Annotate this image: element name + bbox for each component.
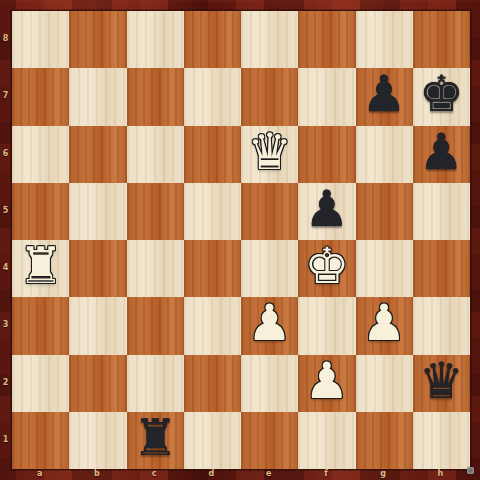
square-f1[interactable] xyxy=(298,412,355,469)
rank-labels: 87654321 xyxy=(0,10,11,468)
rank-label-3: 3 xyxy=(0,296,11,353)
file-label-a: a xyxy=(11,467,68,480)
square-g7[interactable]: ♟ xyxy=(356,68,413,125)
square-g8[interactable] xyxy=(356,11,413,68)
square-c4[interactable] xyxy=(127,240,184,297)
square-e8[interactable] xyxy=(241,11,298,68)
square-e2[interactable] xyxy=(241,355,298,412)
square-e3[interactable]: ♟ xyxy=(241,297,298,354)
square-h5[interactable] xyxy=(413,183,470,240)
file-label-g: g xyxy=(355,467,412,480)
board: ♟♚♛♟♟♜♚♟♟♟♛♜ xyxy=(11,10,471,470)
square-c7[interactable] xyxy=(127,68,184,125)
square-g5[interactable] xyxy=(356,183,413,240)
black-king[interactable]: ♚ xyxy=(419,66,464,123)
square-b4[interactable] xyxy=(69,240,126,297)
rank-label-8: 8 xyxy=(0,10,11,67)
white-queen[interactable]: ♛ xyxy=(247,124,292,181)
file-label-d: d xyxy=(183,467,240,480)
square-f3[interactable] xyxy=(298,297,355,354)
square-h1[interactable] xyxy=(413,412,470,469)
square-g1[interactable] xyxy=(356,412,413,469)
square-f8[interactable] xyxy=(298,11,355,68)
square-a6[interactable] xyxy=(12,126,69,183)
square-h2[interactable]: ♛ xyxy=(413,355,470,412)
file-label-c: c xyxy=(126,467,183,480)
square-d8[interactable] xyxy=(184,11,241,68)
square-e4[interactable] xyxy=(241,240,298,297)
rank-label-7: 7 xyxy=(0,67,11,124)
square-b7[interactable] xyxy=(69,68,126,125)
white-pawn[interactable]: ♟ xyxy=(304,353,349,410)
square-f5[interactable]: ♟ xyxy=(298,183,355,240)
square-d4[interactable] xyxy=(184,240,241,297)
square-a1[interactable] xyxy=(12,412,69,469)
black-queen[interactable]: ♛ xyxy=(419,353,464,410)
square-a8[interactable] xyxy=(12,11,69,68)
square-a2[interactable] xyxy=(12,355,69,412)
square-b3[interactable] xyxy=(69,297,126,354)
black-rook[interactable]: ♜ xyxy=(133,410,178,467)
square-a5[interactable] xyxy=(12,183,69,240)
rank-label-2: 2 xyxy=(0,354,11,411)
square-h6[interactable]: ♟ xyxy=(413,126,470,183)
square-e7[interactable] xyxy=(241,68,298,125)
corner-marker xyxy=(467,467,474,474)
square-f2[interactable]: ♟ xyxy=(298,355,355,412)
white-pawn[interactable]: ♟ xyxy=(362,295,407,352)
file-label-e: e xyxy=(240,467,297,480)
rank-label-5: 5 xyxy=(0,182,11,239)
square-b6[interactable] xyxy=(69,126,126,183)
square-d2[interactable] xyxy=(184,355,241,412)
square-a7[interactable] xyxy=(12,68,69,125)
rank-label-6: 6 xyxy=(0,125,11,182)
square-c6[interactable] xyxy=(127,126,184,183)
square-b5[interactable] xyxy=(69,183,126,240)
square-a4[interactable]: ♜ xyxy=(12,240,69,297)
square-d5[interactable] xyxy=(184,183,241,240)
square-g2[interactable] xyxy=(356,355,413,412)
square-f4[interactable]: ♚ xyxy=(298,240,355,297)
square-c1[interactable]: ♜ xyxy=(127,412,184,469)
square-c8[interactable] xyxy=(127,11,184,68)
rank-label-1: 1 xyxy=(0,411,11,468)
square-a3[interactable] xyxy=(12,297,69,354)
file-labels: abcdefgh xyxy=(11,467,469,480)
square-b8[interactable] xyxy=(69,11,126,68)
black-pawn[interactable]: ♟ xyxy=(362,66,407,123)
square-d1[interactable] xyxy=(184,412,241,469)
square-g4[interactable] xyxy=(356,240,413,297)
black-pawn[interactable]: ♟ xyxy=(419,124,464,181)
square-d3[interactable] xyxy=(184,297,241,354)
file-label-h: h xyxy=(412,467,469,480)
square-h7[interactable]: ♚ xyxy=(413,68,470,125)
square-h8[interactable] xyxy=(413,11,470,68)
square-g3[interactable]: ♟ xyxy=(356,297,413,354)
square-f6[interactable] xyxy=(298,126,355,183)
square-f7[interactable] xyxy=(298,68,355,125)
square-e5[interactable] xyxy=(241,183,298,240)
file-label-b: b xyxy=(68,467,125,480)
square-d7[interactable] xyxy=(184,68,241,125)
square-d6[interactable] xyxy=(184,126,241,183)
square-b1[interactable] xyxy=(69,412,126,469)
white-king[interactable]: ♚ xyxy=(304,238,349,295)
white-rook[interactable]: ♜ xyxy=(18,238,63,295)
square-b2[interactable] xyxy=(69,355,126,412)
square-c2[interactable] xyxy=(127,355,184,412)
rank-label-4: 4 xyxy=(0,239,11,296)
square-c3[interactable] xyxy=(127,297,184,354)
square-h4[interactable] xyxy=(413,240,470,297)
file-label-f: f xyxy=(297,467,354,480)
black-pawn[interactable]: ♟ xyxy=(304,181,349,238)
white-pawn[interactable]: ♟ xyxy=(247,295,292,352)
square-c5[interactable] xyxy=(127,183,184,240)
square-h3[interactable] xyxy=(413,297,470,354)
square-e6[interactable]: ♛ xyxy=(241,126,298,183)
square-e1[interactable] xyxy=(241,412,298,469)
square-g6[interactable] xyxy=(356,126,413,183)
